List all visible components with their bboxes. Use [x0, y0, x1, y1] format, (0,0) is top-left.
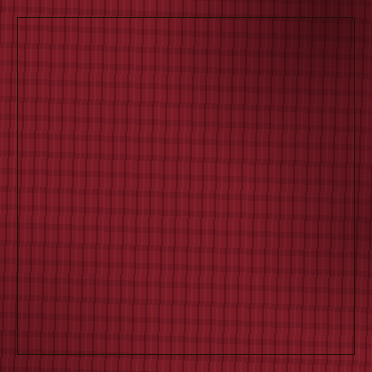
chess-board	[17, 17, 355, 355]
chess-board-frame	[0, 0, 372, 372]
